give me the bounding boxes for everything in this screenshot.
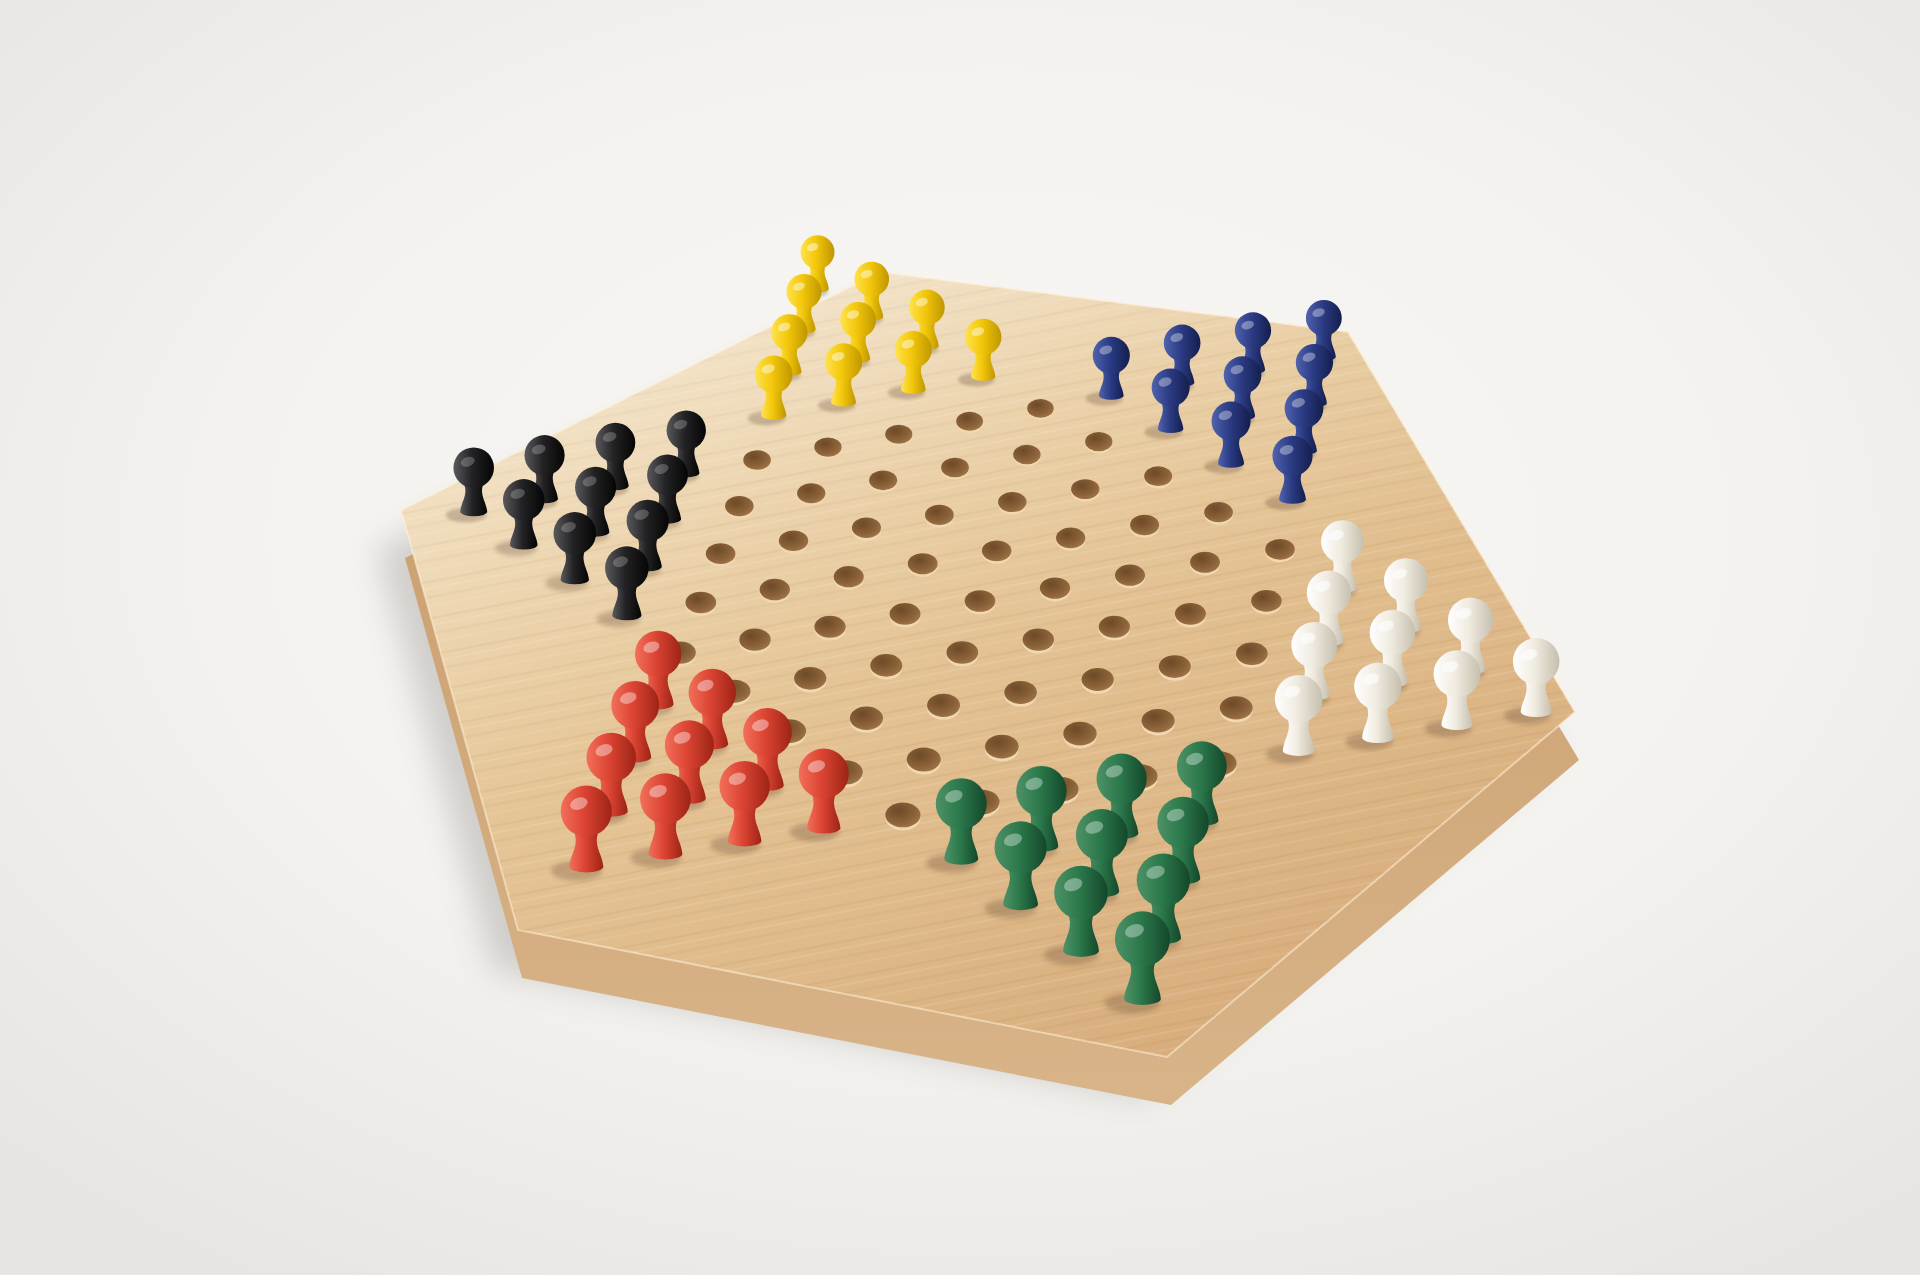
board-hole[interactable] <box>760 579 790 600</box>
peg-head <box>755 356 793 394</box>
peg-head <box>1296 344 1333 381</box>
peg-head <box>665 720 714 769</box>
peg-head <box>743 708 792 757</box>
peg-head <box>854 262 889 297</box>
peg-head <box>611 681 659 729</box>
peg-head <box>689 669 737 717</box>
board-hole[interactable] <box>797 483 825 503</box>
peg-head <box>503 479 545 521</box>
board-hole[interactable] <box>982 540 1012 561</box>
peg-head <box>1152 368 1190 406</box>
board-hole[interactable] <box>779 530 808 551</box>
board-hole[interactable] <box>850 707 883 730</box>
board-hole[interactable] <box>1013 445 1041 464</box>
board-hole[interactable] <box>743 450 771 470</box>
peg-head <box>936 778 987 829</box>
peg-head <box>1054 866 1108 920</box>
peg-head <box>635 631 681 677</box>
board-hole[interactable] <box>1220 696 1253 719</box>
peg-head <box>994 821 1046 873</box>
peg-head <box>1212 401 1251 440</box>
board-hole[interactable] <box>1265 539 1295 560</box>
board-hole[interactable] <box>869 470 897 490</box>
board-hole[interactable] <box>1027 399 1054 418</box>
board-hole[interactable] <box>814 616 845 638</box>
board-hole[interactable] <box>1236 643 1268 665</box>
peg-head <box>1097 754 1147 804</box>
board-hole[interactable] <box>1204 502 1233 522</box>
board-hole[interactable] <box>1115 565 1145 586</box>
peg-head <box>719 761 769 811</box>
peg-head <box>786 274 821 309</box>
peg-head <box>801 235 835 269</box>
peg-head <box>587 733 637 783</box>
board-hole[interactable] <box>885 425 912 444</box>
peg-head <box>825 343 862 380</box>
board-hole[interactable] <box>1190 552 1220 573</box>
board-hole[interactable] <box>814 437 841 456</box>
peg-head <box>1307 570 1351 614</box>
peg-head <box>1016 766 1067 817</box>
peg-head <box>909 290 945 326</box>
board-hole[interactable] <box>907 747 941 771</box>
board-hole[interactable] <box>1056 528 1085 549</box>
peg-head <box>1235 312 1271 348</box>
peg-head <box>799 749 849 799</box>
board-hole[interactable] <box>852 518 881 539</box>
peg-head <box>667 411 706 450</box>
board-hole[interactable] <box>1251 590 1282 612</box>
peg-head <box>895 331 932 368</box>
board-hole[interactable] <box>725 496 754 516</box>
peg-head <box>1513 638 1560 685</box>
board-hole[interactable] <box>1085 432 1112 451</box>
peg-head <box>627 500 669 542</box>
peg-head <box>1157 797 1209 849</box>
peg-head <box>647 455 688 496</box>
board-hole[interactable] <box>925 505 954 525</box>
peg-head <box>596 423 636 463</box>
board-hole[interactable] <box>1082 668 1114 691</box>
peg-head <box>1354 663 1401 710</box>
board-hole[interactable] <box>908 553 938 574</box>
peg-head <box>1306 300 1342 336</box>
peg-head <box>1076 809 1128 861</box>
board-hole[interactable] <box>1142 709 1175 732</box>
peg-head <box>1275 675 1323 723</box>
board-hole[interactable] <box>890 603 921 625</box>
board-hole[interactable] <box>985 735 1019 759</box>
peg-head <box>524 435 564 475</box>
peg-head <box>453 447 494 488</box>
board-hole[interactable] <box>965 590 996 612</box>
board-hole[interactable] <box>1144 466 1172 486</box>
board-hole[interactable] <box>941 458 969 478</box>
peg-head <box>840 302 876 338</box>
peg-head <box>1115 911 1170 966</box>
peg-head <box>1137 853 1190 906</box>
board-hole[interactable] <box>1023 628 1054 650</box>
board-hole[interactable] <box>1159 655 1191 678</box>
board-hole[interactable] <box>885 803 920 828</box>
peg-head <box>1224 356 1262 394</box>
peg-head <box>965 319 1001 355</box>
peg-head <box>1272 436 1312 476</box>
peg-head <box>1370 610 1416 656</box>
peg-head <box>771 314 807 350</box>
peg-head <box>605 546 649 590</box>
peg-head <box>1093 337 1130 374</box>
peg-head <box>1448 597 1493 642</box>
peg-head <box>1291 622 1337 668</box>
peg-head <box>1321 520 1364 563</box>
board-hole[interactable] <box>1040 577 1070 598</box>
board-hole[interactable] <box>946 641 978 663</box>
board-hole[interactable] <box>1071 479 1099 499</box>
peg-head <box>575 467 616 508</box>
peg-head <box>561 785 612 836</box>
peg-head <box>640 773 691 824</box>
board-svg <box>0 0 1920 1275</box>
peg-head <box>1164 325 1201 362</box>
board-hole[interactable] <box>956 412 983 431</box>
board-hole[interactable] <box>739 629 770 651</box>
board-hole[interactable] <box>1175 603 1206 625</box>
board-hole[interactable] <box>870 654 902 677</box>
board-hole[interactable] <box>794 667 826 690</box>
board-hole[interactable] <box>1063 722 1096 746</box>
board-hole[interactable] <box>834 566 864 587</box>
peg-head <box>553 512 596 555</box>
photo-scene <box>0 0 1920 1275</box>
board-hole[interactable] <box>686 592 717 614</box>
peg-head <box>1384 558 1428 602</box>
board-hole[interactable] <box>927 694 960 717</box>
peg-head <box>1434 650 1481 697</box>
board-hole[interactable] <box>706 543 736 564</box>
peg-head <box>1177 741 1227 791</box>
board-hole[interactable] <box>1130 515 1159 535</box>
peg-head <box>1285 389 1324 428</box>
board-hole[interactable] <box>1099 616 1130 638</box>
board-hole[interactable] <box>998 492 1027 512</box>
board-hole[interactable] <box>1004 681 1037 704</box>
